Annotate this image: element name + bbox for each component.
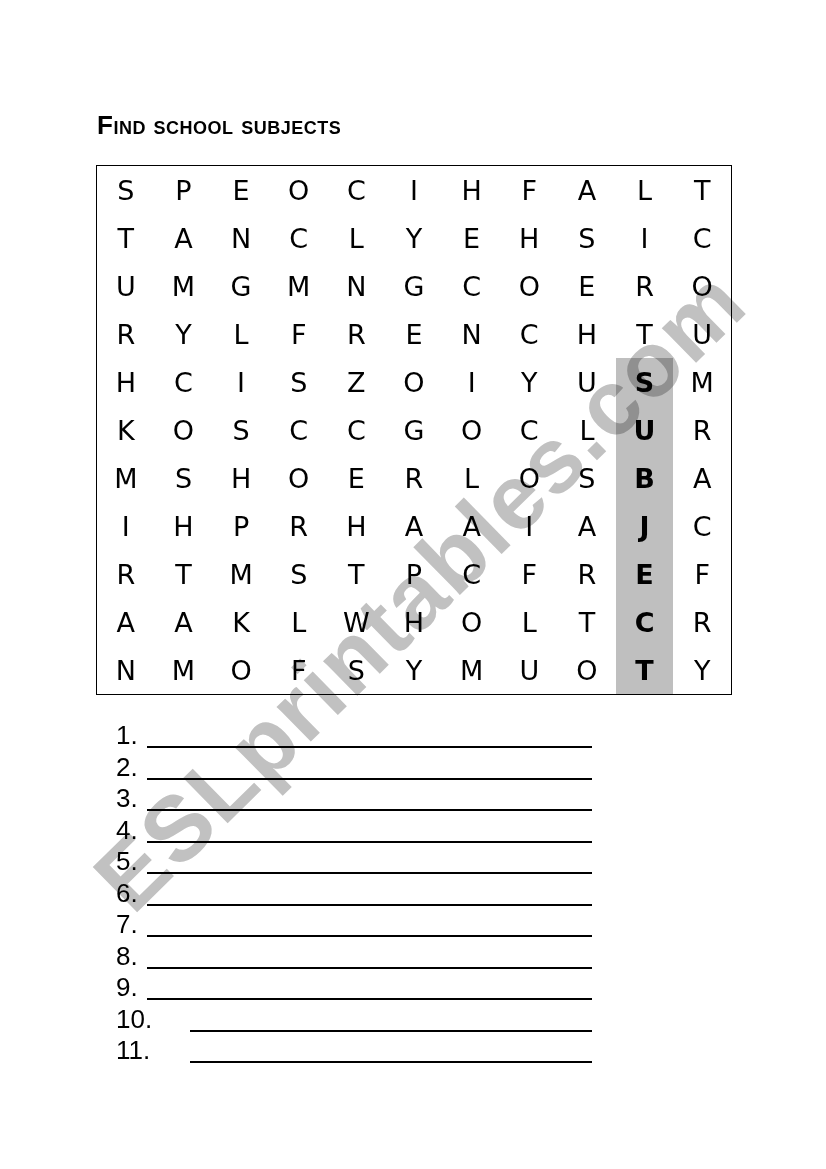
answer-row: 5. xyxy=(116,844,592,874)
answer-number: 11. xyxy=(116,1035,150,1065)
answer-number: 5. xyxy=(116,846,138,876)
answer-row: 2. xyxy=(116,750,592,780)
answer-row: 7. xyxy=(116,907,592,937)
answer-number: 3. xyxy=(116,783,138,813)
answer-row: 10. xyxy=(116,1002,592,1032)
answer-row: 8. xyxy=(116,939,592,969)
answer-row: 6. xyxy=(116,876,592,906)
answer-blank-line xyxy=(190,1030,592,1032)
answer-row: 11. xyxy=(116,1033,592,1063)
answer-blank-line xyxy=(147,967,592,969)
answer-blank-line xyxy=(147,841,592,843)
answer-blank-line xyxy=(147,809,592,811)
answer-number: 10. xyxy=(116,1004,152,1034)
worksheet-page: Find school subjects SPEOCIHFALTTANCLYEH… xyxy=(0,0,826,1169)
answer-row: 3. xyxy=(116,781,592,811)
answer-number: 2. xyxy=(116,752,138,782)
answer-number: 1. xyxy=(116,720,138,750)
answer-blank-line xyxy=(147,746,592,748)
answer-blank-line xyxy=(190,1061,592,1063)
answer-blank-line xyxy=(147,872,592,874)
answer-row: 1. xyxy=(116,718,592,748)
answer-row: 4. xyxy=(116,813,592,843)
answer-number: 4. xyxy=(116,815,138,845)
answer-list: 1.2.3.4.5.6.7.8.9.10.11. xyxy=(0,0,826,1169)
answer-row: 9. xyxy=(116,970,592,1000)
answer-blank-line xyxy=(147,998,592,1000)
answer-number: 8. xyxy=(116,941,138,971)
answer-number: 9. xyxy=(116,972,138,1002)
answer-blank-line xyxy=(147,935,592,937)
answer-number: 6. xyxy=(116,878,138,908)
answer-number: 7. xyxy=(116,909,138,939)
answer-blank-line xyxy=(147,904,592,906)
answer-blank-line xyxy=(147,778,592,780)
